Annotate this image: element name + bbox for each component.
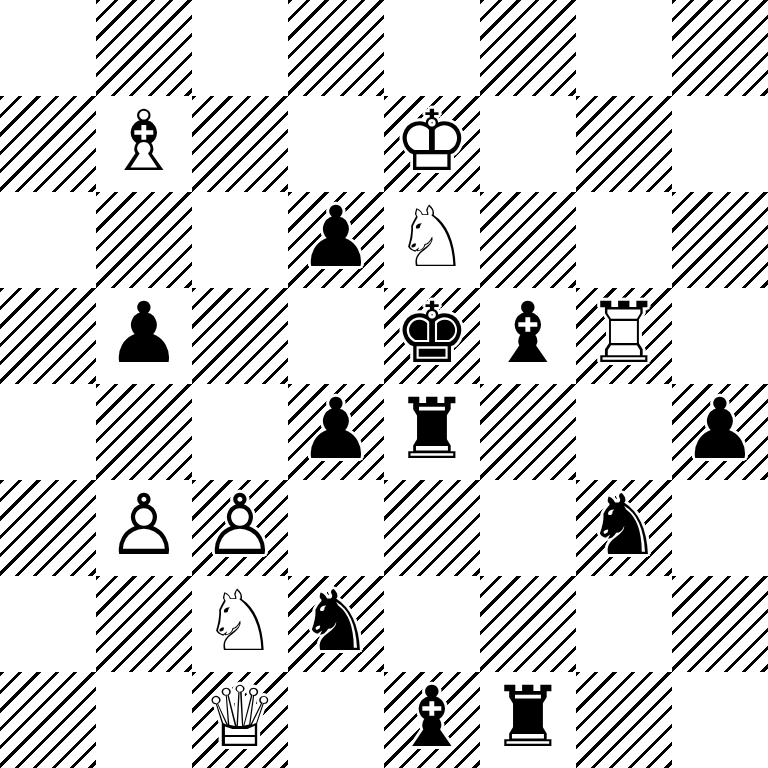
- square-b2[interactable]: [96, 576, 192, 672]
- square-g6[interactable]: [576, 192, 672, 288]
- black-rook-piece[interactable]: ♜: [384, 384, 480, 480]
- square-f5[interactable]: ♝♝: [480, 288, 576, 384]
- white-knight-piece[interactable]: ♘: [384, 192, 480, 288]
- square-h1[interactable]: [672, 672, 768, 768]
- square-h6[interactable]: [672, 192, 768, 288]
- square-d7[interactable]: [288, 96, 384, 192]
- black-king-piece[interactable]: ♚: [384, 288, 480, 384]
- square-d1[interactable]: [288, 672, 384, 768]
- square-a5[interactable]: [0, 288, 96, 384]
- square-h8[interactable]: [672, 0, 768, 96]
- square-b6[interactable]: [96, 192, 192, 288]
- square-a4[interactable]: [0, 384, 96, 480]
- square-f2[interactable]: [480, 576, 576, 672]
- square-e2[interactable]: [384, 576, 480, 672]
- square-a7[interactable]: [0, 96, 96, 192]
- square-h4[interactable]: ♟♟: [672, 384, 768, 480]
- square-c2[interactable]: ♞♘: [192, 576, 288, 672]
- square-f7[interactable]: [480, 96, 576, 192]
- black-knight-piece[interactable]: ♞: [288, 576, 384, 672]
- white-rook-piece[interactable]: ♖: [576, 288, 672, 384]
- square-a6[interactable]: [0, 192, 96, 288]
- square-c7[interactable]: [192, 96, 288, 192]
- white-knight-piece[interactable]: ♘: [192, 576, 288, 672]
- square-a8[interactable]: [0, 0, 96, 96]
- square-d3[interactable]: [288, 480, 384, 576]
- black-rook-piece[interactable]: ♜: [480, 672, 576, 768]
- square-b4[interactable]: [96, 384, 192, 480]
- square-b7[interactable]: ♝♗: [96, 96, 192, 192]
- white-pawn-piece[interactable]: ♙: [192, 480, 288, 576]
- square-c3[interactable]: ♟♙: [192, 480, 288, 576]
- square-h7[interactable]: [672, 96, 768, 192]
- square-d2[interactable]: ♞♞: [288, 576, 384, 672]
- white-king-piece[interactable]: ♔: [384, 96, 480, 192]
- square-b8[interactable]: [96, 0, 192, 96]
- square-e4[interactable]: ♜♜: [384, 384, 480, 480]
- square-g3[interactable]: ♞♞: [576, 480, 672, 576]
- square-d6[interactable]: ♟♟: [288, 192, 384, 288]
- square-a1[interactable]: [0, 672, 96, 768]
- square-c8[interactable]: [192, 0, 288, 96]
- square-e3[interactable]: [384, 480, 480, 576]
- square-d4[interactable]: ♟♟: [288, 384, 384, 480]
- black-bishop-piece[interactable]: ♝: [384, 672, 480, 768]
- white-pawn-piece[interactable]: ♙: [96, 480, 192, 576]
- white-queen-piece[interactable]: ♕: [192, 672, 288, 768]
- square-d8[interactable]: [288, 0, 384, 96]
- square-g7[interactable]: [576, 96, 672, 192]
- black-pawn-piece[interactable]: ♟: [672, 384, 768, 480]
- square-c1[interactable]: ♛♕: [192, 672, 288, 768]
- square-f1[interactable]: ♜♜: [480, 672, 576, 768]
- square-g2[interactable]: [576, 576, 672, 672]
- chess-board: ♝♗♚♔♟♟♞♘♟♟♚♚♝♝♜♖♟♟♜♜♟♟♟♙♟♙♞♞♞♘♞♞♛♕♝♝♜♜: [0, 0, 768, 768]
- square-e7[interactable]: ♚♔: [384, 96, 480, 192]
- square-e1[interactable]: ♝♝: [384, 672, 480, 768]
- square-h3[interactable]: [672, 480, 768, 576]
- square-a3[interactable]: [0, 480, 96, 576]
- black-knight-piece[interactable]: ♞: [576, 480, 672, 576]
- black-bishop-piece[interactable]: ♝: [480, 288, 576, 384]
- black-pawn-piece[interactable]: ♟: [288, 384, 384, 480]
- square-g8[interactable]: [576, 0, 672, 96]
- square-c5[interactable]: [192, 288, 288, 384]
- square-g4[interactable]: [576, 384, 672, 480]
- square-d5[interactable]: [288, 288, 384, 384]
- square-b3[interactable]: ♟♙: [96, 480, 192, 576]
- square-g5[interactable]: ♜♖: [576, 288, 672, 384]
- square-f3[interactable]: [480, 480, 576, 576]
- square-e8[interactable]: [384, 0, 480, 96]
- square-b1[interactable]: [96, 672, 192, 768]
- square-e6[interactable]: ♞♘: [384, 192, 480, 288]
- square-h5[interactable]: [672, 288, 768, 384]
- square-g1[interactable]: [576, 672, 672, 768]
- square-c6[interactable]: [192, 192, 288, 288]
- square-e5[interactable]: ♚♚: [384, 288, 480, 384]
- square-a2[interactable]: [0, 576, 96, 672]
- black-pawn-piece[interactable]: ♟: [96, 288, 192, 384]
- square-f8[interactable]: [480, 0, 576, 96]
- square-c4[interactable]: [192, 384, 288, 480]
- black-pawn-piece[interactable]: ♟: [288, 192, 384, 288]
- square-b5[interactable]: ♟♟: [96, 288, 192, 384]
- square-h2[interactable]: [672, 576, 768, 672]
- square-f4[interactable]: [480, 384, 576, 480]
- white-bishop-piece[interactable]: ♗: [96, 96, 192, 192]
- square-f6[interactable]: [480, 192, 576, 288]
